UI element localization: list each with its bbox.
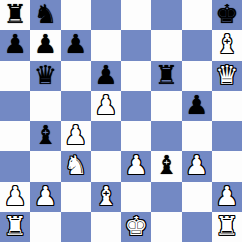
square-e7[interactable] xyxy=(121,30,151,60)
square-c1[interactable] xyxy=(61,212,91,242)
square-g5[interactable]: ♟ xyxy=(182,91,212,121)
square-f1[interactable] xyxy=(151,212,181,242)
square-a7[interactable]: ♟ xyxy=(0,30,30,60)
white-pawn-piece: ♟ xyxy=(124,152,147,178)
white-rook-piece: ♜ xyxy=(215,213,238,239)
black-pawn-piece: ♟ xyxy=(64,31,87,57)
black-queen-piece: ♛ xyxy=(34,62,57,88)
square-a5[interactable] xyxy=(0,91,30,121)
square-g7[interactable] xyxy=(182,30,212,60)
white-king-piece: ♚ xyxy=(124,213,147,239)
square-g8[interactable] xyxy=(182,0,212,30)
square-h1[interactable]: ♜ xyxy=(212,212,242,242)
square-h6[interactable]: ♛ xyxy=(212,61,242,91)
square-d1[interactable] xyxy=(91,212,121,242)
black-pawn-piece: ♟ xyxy=(34,31,57,57)
square-e5[interactable] xyxy=(121,91,151,121)
square-h2[interactable]: ♟ xyxy=(212,182,242,212)
white-bishop-piece: ♝ xyxy=(215,31,238,57)
square-g1[interactable] xyxy=(182,212,212,242)
white-rook-piece: ♜ xyxy=(3,213,26,239)
square-c4[interactable]: ♟ xyxy=(61,121,91,151)
chess-board: ♜♞♚♟♟♟♝♛♟♜♛♟♟♝♟♞♟♝♟♟♟♝♟♜♚♜ xyxy=(0,0,242,242)
square-g4[interactable] xyxy=(182,121,212,151)
black-rook-piece: ♜ xyxy=(3,1,26,27)
square-h7[interactable]: ♝ xyxy=(212,30,242,60)
square-b3[interactable] xyxy=(30,151,60,181)
square-d5[interactable]: ♟ xyxy=(91,91,121,121)
square-f4[interactable] xyxy=(151,121,181,151)
square-f5[interactable] xyxy=(151,91,181,121)
square-h4[interactable] xyxy=(212,121,242,151)
square-d7[interactable] xyxy=(91,30,121,60)
square-c2[interactable] xyxy=(61,182,91,212)
square-c3[interactable]: ♞ xyxy=(61,151,91,181)
square-e8[interactable] xyxy=(121,0,151,30)
square-a1[interactable]: ♜ xyxy=(0,212,30,242)
square-c5[interactable] xyxy=(61,91,91,121)
square-d2[interactable]: ♝ xyxy=(91,182,121,212)
black-knight-piece: ♞ xyxy=(34,1,57,27)
white-knight-piece: ♞ xyxy=(64,152,87,178)
square-b4[interactable]: ♝ xyxy=(30,121,60,151)
black-pawn-piece: ♟ xyxy=(94,62,117,88)
square-g3[interactable]: ♟ xyxy=(182,151,212,181)
white-pawn-piece: ♟ xyxy=(34,183,57,209)
square-b5[interactable] xyxy=(30,91,60,121)
black-king-piece: ♚ xyxy=(215,1,238,27)
white-pawn-piece: ♟ xyxy=(64,122,87,148)
square-d3[interactable] xyxy=(91,151,121,181)
square-c8[interactable] xyxy=(61,0,91,30)
square-f7[interactable] xyxy=(151,30,181,60)
square-a6[interactable] xyxy=(0,61,30,91)
square-b7[interactable]: ♟ xyxy=(30,30,60,60)
white-bishop-piece: ♝ xyxy=(94,183,117,209)
square-c6[interactable] xyxy=(61,61,91,91)
square-e1[interactable]: ♚ xyxy=(121,212,151,242)
square-h3[interactable] xyxy=(212,151,242,181)
square-f3[interactable]: ♝ xyxy=(151,151,181,181)
square-e4[interactable] xyxy=(121,121,151,151)
square-f8[interactable] xyxy=(151,0,181,30)
square-a4[interactable] xyxy=(0,121,30,151)
square-g6[interactable] xyxy=(182,61,212,91)
square-d8[interactable] xyxy=(91,0,121,30)
white-pawn-piece: ♟ xyxy=(185,152,208,178)
square-e6[interactable] xyxy=(121,61,151,91)
square-h8[interactable]: ♚ xyxy=(212,0,242,30)
black-pawn-piece: ♟ xyxy=(3,31,26,57)
square-f6[interactable]: ♜ xyxy=(151,61,181,91)
white-pawn-piece: ♟ xyxy=(3,183,26,209)
square-d4[interactable] xyxy=(91,121,121,151)
white-queen-piece: ♛ xyxy=(215,62,238,88)
black-rook-piece: ♜ xyxy=(155,62,178,88)
square-h5[interactable] xyxy=(212,91,242,121)
square-b6[interactable]: ♛ xyxy=(30,61,60,91)
square-f2[interactable] xyxy=(151,182,181,212)
square-b1[interactable] xyxy=(30,212,60,242)
square-d6[interactable]: ♟ xyxy=(91,61,121,91)
black-pawn-piece: ♟ xyxy=(185,92,208,118)
black-bishop-piece: ♝ xyxy=(34,122,57,148)
square-b8[interactable]: ♞ xyxy=(30,0,60,30)
square-c7[interactable]: ♟ xyxy=(61,30,91,60)
square-a2[interactable]: ♟ xyxy=(0,182,30,212)
square-g2[interactable] xyxy=(182,182,212,212)
square-b2[interactable]: ♟ xyxy=(30,182,60,212)
square-a8[interactable]: ♜ xyxy=(0,0,30,30)
white-pawn-piece: ♟ xyxy=(94,92,117,118)
square-a3[interactable] xyxy=(0,151,30,181)
white-pawn-piece: ♟ xyxy=(215,183,238,209)
square-e3[interactable]: ♟ xyxy=(121,151,151,181)
black-bishop-piece: ♝ xyxy=(155,152,178,178)
square-e2[interactable] xyxy=(121,182,151,212)
